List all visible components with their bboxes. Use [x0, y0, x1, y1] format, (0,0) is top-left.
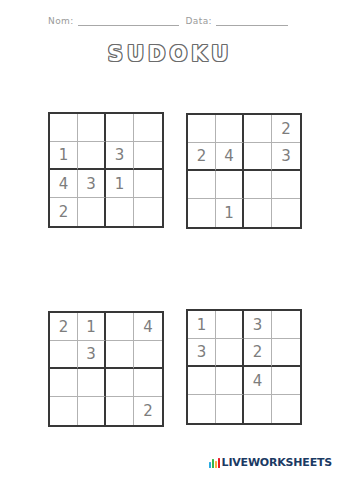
grid2-cell-r4c4-empty[interactable]: [272, 199, 300, 227]
grid1-cell-r4c1-given: 2: [50, 198, 78, 226]
grid3-cell-r2c3-empty[interactable]: [106, 341, 134, 369]
grid2-cell-r2c3-empty[interactable]: [244, 143, 272, 171]
grid2-cell-r4c2-given: 1: [216, 199, 244, 227]
grid3-cell-r2c2-given: 3: [78, 341, 106, 369]
grid3-cell-r3c2-empty[interactable]: [78, 369, 106, 397]
grid2-cell-r4c1-empty[interactable]: [188, 199, 216, 227]
grid4-cell-r3c1-empty[interactable]: [188, 367, 216, 395]
grid2-cell-r3c3-empty[interactable]: [244, 171, 272, 199]
brand-name: LIVEWORKSHEETS: [222, 456, 332, 469]
grid1-cell-r2c1-given: 1: [50, 142, 78, 170]
grid2-cell-r1c4-given: 2: [272, 115, 300, 143]
grid2-cell-r1c2-empty[interactable]: [216, 115, 244, 143]
grid2-cell-r2c2-given: 4: [216, 143, 244, 171]
name-input-line[interactable]: [78, 14, 180, 26]
grid3-cell-r3c3-empty[interactable]: [106, 369, 134, 397]
grid2-cell-r1c3-empty[interactable]: [244, 115, 272, 143]
grid2-cell-r3c4-empty[interactable]: [272, 171, 300, 199]
grid3-cell-r3c1-empty[interactable]: [50, 369, 78, 397]
date-label: Data:: [185, 16, 212, 26]
grid3-cell-r1c2-given: 1: [78, 313, 106, 341]
grid3-cell-r1c3-empty[interactable]: [106, 313, 134, 341]
grid1-cell-r2c2-empty[interactable]: [78, 142, 106, 170]
grid2-cell-r1c1-empty[interactable]: [188, 115, 216, 143]
grid3-cell-r1c1-given: 2: [50, 313, 78, 341]
grid4-cell-r3c2-empty[interactable]: [216, 367, 244, 395]
grid4-cell-r1c1-given: 1: [188, 311, 216, 339]
grid1-cell-r2c4-empty[interactable]: [134, 142, 162, 170]
grid4-cell-r2c3-given: 2: [244, 339, 272, 367]
grid3-cell-r2c1-empty[interactable]: [50, 341, 78, 369]
grid4-cell-r2c2-empty[interactable]: [216, 339, 244, 367]
grid2-cell-r3c2-empty[interactable]: [216, 171, 244, 199]
grid4-cell-r2c1-given: 3: [188, 339, 216, 367]
grid1-cell-r1c1-empty[interactable]: [50, 114, 78, 142]
grid1-cell-r1c4-empty[interactable]: [134, 114, 162, 142]
grid1-cell-r1c3-empty[interactable]: [106, 114, 134, 142]
sudoku-grid-3: 21432: [48, 311, 164, 427]
grid4-cell-r1c3-given: 3: [244, 311, 272, 339]
brand-footer: LIVEWORKSHEETS: [209, 456, 332, 469]
grid3-cell-r4c2-empty[interactable]: [78, 397, 106, 425]
worksheet-header: Nom: Data:: [48, 14, 288, 26]
grid3-cell-r3c4-empty[interactable]: [134, 369, 162, 397]
grid1-cell-r3c4-empty[interactable]: [134, 170, 162, 198]
grid4-cell-r1c4-empty[interactable]: [272, 311, 300, 339]
grid3-cell-r4c3-empty[interactable]: [106, 397, 134, 425]
grid2-cell-r2c4-given: 3: [272, 143, 300, 171]
grid4-cell-r4c4-empty[interactable]: [272, 395, 300, 423]
grid1-cell-r1c2-empty[interactable]: [78, 114, 106, 142]
sudoku-grid-4: 13324: [186, 309, 302, 425]
grid4-cell-r4c3-empty[interactable]: [244, 395, 272, 423]
grid1-cell-r4c2-empty[interactable]: [78, 198, 106, 226]
grid4-cell-r3c4-empty[interactable]: [272, 367, 300, 395]
grid3-cell-r2c4-empty[interactable]: [134, 341, 162, 369]
grid2-cell-r4c3-empty[interactable]: [244, 199, 272, 227]
date-input-line[interactable]: [216, 14, 288, 26]
grid1-cell-r4c4-empty[interactable]: [134, 198, 162, 226]
sudoku-grid-1: 134312: [48, 112, 164, 228]
grid3-cell-r1c4-given: 4: [134, 313, 162, 341]
grid2-cell-r2c1-given: 2: [188, 143, 216, 171]
grid1-cell-r3c1-given: 4: [50, 170, 78, 198]
grid4-cell-r4c2-empty[interactable]: [216, 395, 244, 423]
grid3-cell-r4c4-given: 2: [134, 397, 162, 425]
name-label: Nom:: [48, 16, 74, 26]
grid4-cell-r1c2-empty[interactable]: [216, 311, 244, 339]
worksheet-page: Nom: Data: SUDOKU 134312 22431 21432 133…: [0, 0, 340, 480]
grid4-cell-r3c3-given: 4: [244, 367, 272, 395]
sudoku-grid-2: 22431: [186, 113, 302, 229]
grid4-cell-r4c1-empty[interactable]: [188, 395, 216, 423]
grid1-cell-r4c3-empty[interactable]: [106, 198, 134, 226]
page-title: SUDOKU: [0, 42, 340, 66]
grid1-cell-r2c3-given: 3: [106, 142, 134, 170]
grid3-cell-r4c1-empty[interactable]: [50, 397, 78, 425]
grid2-cell-r3c1-empty[interactable]: [188, 171, 216, 199]
grid1-cell-r3c2-given: 3: [78, 170, 106, 198]
grid4-cell-r2c4-empty[interactable]: [272, 339, 300, 367]
grid1-cell-r3c3-given: 1: [106, 170, 134, 198]
liveworksheets-logo-icon: [209, 458, 220, 468]
